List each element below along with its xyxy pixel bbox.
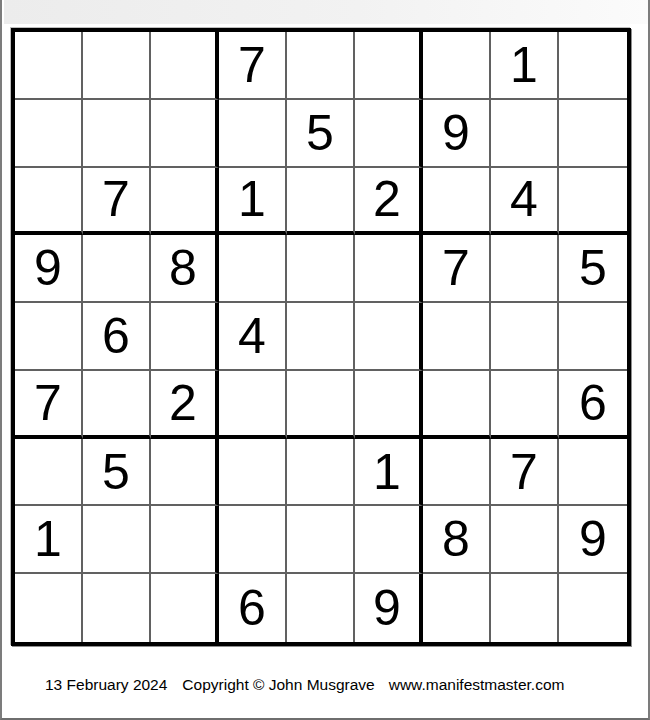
- footer-copyright: Copyright © John Musgrave: [182, 676, 374, 693]
- sudoku-cell-r5c4[interactable]: 4: [219, 303, 287, 371]
- sudoku-cell-r7c6[interactable]: 1: [355, 439, 423, 507]
- sudoku-cell-r3c5[interactable]: [287, 168, 355, 236]
- sudoku-cell-r1c7[interactable]: [423, 32, 491, 100]
- sudoku-cell-r8c6[interactable]: [355, 506, 423, 574]
- sudoku-cell-r3c9[interactable]: [559, 168, 627, 236]
- sudoku-cell-r9c1[interactable]: [15, 574, 83, 642]
- sudoku-cell-r9c7[interactable]: [423, 574, 491, 642]
- page: 7159712498756472651718969 13 February 20…: [0, 0, 650, 720]
- sudoku-cell-r6c4[interactable]: [219, 371, 287, 439]
- sudoku-cell-r9c2[interactable]: [83, 574, 151, 642]
- sudoku-cell-r2c6[interactable]: [355, 100, 423, 168]
- sudoku-cell-r5c6[interactable]: [355, 303, 423, 371]
- sudoku-cell-r2c9[interactable]: [559, 100, 627, 168]
- sudoku-cell-r4c3[interactable]: 8: [151, 235, 219, 303]
- sudoku-cell-r8c4[interactable]: [219, 506, 287, 574]
- sudoku-cell-r5c7[interactable]: [423, 303, 491, 371]
- sudoku-cell-r8c7[interactable]: 8: [423, 506, 491, 574]
- sudoku-cell-r4c7[interactable]: 7: [423, 235, 491, 303]
- sudoku-cell-r7c1[interactable]: [15, 439, 83, 507]
- sudoku-board: 7159712498756472651718969: [11, 28, 631, 646]
- sudoku-cell-r8c2[interactable]: [83, 506, 151, 574]
- sudoku-cell-r2c5[interactable]: 5: [287, 100, 355, 168]
- sudoku-cell-r3c4[interactable]: 1: [219, 168, 287, 236]
- sudoku-cell-r2c7[interactable]: 9: [423, 100, 491, 168]
- sudoku-cell-r8c8[interactable]: [491, 506, 559, 574]
- footer: 13 February 2024Copyright © John Musgrav…: [45, 676, 564, 693]
- sudoku-cell-r8c1[interactable]: 1: [15, 506, 83, 574]
- sudoku-cell-r5c3[interactable]: [151, 303, 219, 371]
- sudoku-cell-r9c5[interactable]: [287, 574, 355, 642]
- sudoku-cell-r1c8[interactable]: 1: [491, 32, 559, 100]
- sudoku-cell-r9c8[interactable]: [491, 574, 559, 642]
- footer-website: www.manifestmaster.com: [389, 676, 565, 693]
- sudoku-cell-r1c6[interactable]: [355, 32, 423, 100]
- sudoku-cell-r4c8[interactable]: [491, 235, 559, 303]
- sudoku-cell-r5c5[interactable]: [287, 303, 355, 371]
- sudoku-cell-r5c9[interactable]: [559, 303, 627, 371]
- sudoku-cell-r1c3[interactable]: [151, 32, 219, 100]
- sudoku-cell-r7c2[interactable]: 5: [83, 439, 151, 507]
- sudoku-cell-r3c7[interactable]: [423, 168, 491, 236]
- sudoku-cell-r2c3[interactable]: [151, 100, 219, 168]
- sudoku-cell-r8c5[interactable]: [287, 506, 355, 574]
- sudoku-cell-r2c4[interactable]: [219, 100, 287, 168]
- sudoku-cell-r7c9[interactable]: [559, 439, 627, 507]
- sudoku-cell-r1c4[interactable]: 7: [219, 32, 287, 100]
- sudoku-cell-r3c1[interactable]: [15, 168, 83, 236]
- sudoku-cell-r1c9[interactable]: [559, 32, 627, 100]
- sudoku-cell-r5c1[interactable]: [15, 303, 83, 371]
- sudoku-cell-r4c5[interactable]: [287, 235, 355, 303]
- sudoku-cell-r9c4[interactable]: 6: [219, 574, 287, 642]
- sudoku-cell-r8c9[interactable]: 9: [559, 506, 627, 574]
- sudoku-cell-r6c1[interactable]: 7: [15, 371, 83, 439]
- sudoku-cell-r6c8[interactable]: [491, 371, 559, 439]
- sudoku-cell-r1c2[interactable]: [83, 32, 151, 100]
- sudoku-cell-r5c2[interactable]: 6: [83, 303, 151, 371]
- sudoku-cell-r5c8[interactable]: [491, 303, 559, 371]
- sudoku-cell-r6c6[interactable]: [355, 371, 423, 439]
- sudoku-cell-r3c2[interactable]: 7: [83, 168, 151, 236]
- top-gradient-band: [4, 0, 648, 24]
- sudoku-cell-r7c4[interactable]: [219, 439, 287, 507]
- sudoku-cell-r2c8[interactable]: [491, 100, 559, 168]
- sudoku-cell-r4c1[interactable]: 9: [15, 235, 83, 303]
- sudoku-cell-r6c3[interactable]: 2: [151, 371, 219, 439]
- sudoku-cell-r2c1[interactable]: [15, 100, 83, 168]
- sudoku-cell-r3c3[interactable]: [151, 168, 219, 236]
- sudoku-cell-r6c9[interactable]: 6: [559, 371, 627, 439]
- sudoku-cell-r9c9[interactable]: [559, 574, 627, 642]
- sudoku-cell-r4c2[interactable]: [83, 235, 151, 303]
- sudoku-cell-r3c6[interactable]: 2: [355, 168, 423, 236]
- sudoku-cell-r9c3[interactable]: [151, 574, 219, 642]
- sudoku-cell-r9c6[interactable]: 9: [355, 574, 423, 642]
- sudoku-cell-r6c7[interactable]: [423, 371, 491, 439]
- sudoku-cell-r7c3[interactable]: [151, 439, 219, 507]
- sudoku-cell-r7c7[interactable]: [423, 439, 491, 507]
- sudoku-cell-r2c2[interactable]: [83, 100, 151, 168]
- sudoku-cell-r7c5[interactable]: [287, 439, 355, 507]
- footer-date: 13 February 2024: [45, 676, 167, 693]
- sudoku-cell-r4c9[interactable]: 5: [559, 235, 627, 303]
- sudoku-cell-r1c1[interactable]: [15, 32, 83, 100]
- sudoku-cell-r4c6[interactable]: [355, 235, 423, 303]
- sudoku-cell-r7c8[interactable]: 7: [491, 439, 559, 507]
- sudoku-cell-r8c3[interactable]: [151, 506, 219, 574]
- sudoku-cell-r4c4[interactable]: [219, 235, 287, 303]
- sudoku-cell-r1c5[interactable]: [287, 32, 355, 100]
- sudoku-cell-r3c8[interactable]: 4: [491, 168, 559, 236]
- sudoku-cell-r6c5[interactable]: [287, 371, 355, 439]
- sudoku-cell-r6c2[interactable]: [83, 371, 151, 439]
